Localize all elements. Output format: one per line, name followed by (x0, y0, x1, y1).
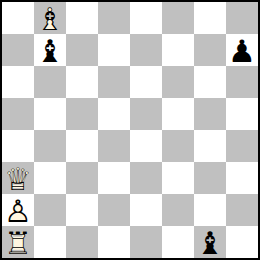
white-pawn-glyph: ♙ (2, 194, 34, 226)
square-d6[interactable] (98, 66, 130, 98)
white-rook-glyph: ♖ (2, 226, 34, 258)
square-g1[interactable]: ♝ (194, 226, 226, 258)
square-a7[interactable] (2, 34, 34, 66)
square-c5[interactable] (66, 98, 98, 130)
square-c2[interactable] (66, 194, 98, 226)
square-a6[interactable] (2, 66, 34, 98)
white-pawn-piece: ♟♙ (2, 194, 34, 226)
white-rook-piece: ♜♖ (2, 226, 34, 258)
square-h7[interactable]: ♟ (226, 34, 258, 66)
square-a3[interactable]: ♛♕ (2, 162, 34, 194)
square-c4[interactable] (66, 130, 98, 162)
white-queen-glyph: ♕ (2, 162, 34, 194)
square-c1[interactable] (66, 226, 98, 258)
chess-board-frame: ♝♗♝♟♛♕♟♙♜♖♝ (0, 0, 260, 260)
chess-board: ♝♗♝♟♛♕♟♙♜♖♝ (2, 2, 258, 258)
square-f3[interactable] (162, 162, 194, 194)
square-b6[interactable] (34, 66, 66, 98)
white-bishop-glyph: ♗ (34, 2, 66, 34)
square-f8[interactable] (162, 2, 194, 34)
square-e7[interactable] (130, 34, 162, 66)
square-d5[interactable] (98, 98, 130, 130)
square-e5[interactable] (130, 98, 162, 130)
square-c8[interactable] (66, 2, 98, 34)
square-e1[interactable] (130, 226, 162, 258)
black-bishop-glyph: ♝ (34, 34, 66, 66)
square-h6[interactable] (226, 66, 258, 98)
square-b4[interactable] (34, 130, 66, 162)
square-d2[interactable] (98, 194, 130, 226)
square-b1[interactable] (34, 226, 66, 258)
square-b2[interactable] (34, 194, 66, 226)
square-g6[interactable] (194, 66, 226, 98)
white-queen-piece: ♛♕ (2, 162, 34, 194)
square-b5[interactable] (34, 98, 66, 130)
square-g8[interactable] (194, 2, 226, 34)
square-g7[interactable] (194, 34, 226, 66)
square-e6[interactable] (130, 66, 162, 98)
square-h8[interactable] (226, 2, 258, 34)
square-g2[interactable] (194, 194, 226, 226)
square-f5[interactable] (162, 98, 194, 130)
black-bishop-glyph: ♝ (194, 226, 226, 258)
square-f6[interactable] (162, 66, 194, 98)
square-h3[interactable] (226, 162, 258, 194)
square-d8[interactable] (98, 2, 130, 34)
square-d1[interactable] (98, 226, 130, 258)
square-d4[interactable] (98, 130, 130, 162)
square-d7[interactable] (98, 34, 130, 66)
square-b3[interactable] (34, 162, 66, 194)
square-h2[interactable] (226, 194, 258, 226)
square-f7[interactable] (162, 34, 194, 66)
square-f2[interactable] (162, 194, 194, 226)
square-e4[interactable] (130, 130, 162, 162)
square-a2[interactable]: ♟♙ (2, 194, 34, 226)
square-h5[interactable] (226, 98, 258, 130)
square-b8[interactable]: ♝♗ (34, 2, 66, 34)
square-g3[interactable] (194, 162, 226, 194)
square-c6[interactable] (66, 66, 98, 98)
square-d3[interactable] (98, 162, 130, 194)
square-a4[interactable] (2, 130, 34, 162)
square-f4[interactable] (162, 130, 194, 162)
square-a5[interactable] (2, 98, 34, 130)
square-f1[interactable] (162, 226, 194, 258)
square-g4[interactable] (194, 130, 226, 162)
square-b7[interactable]: ♝ (34, 34, 66, 66)
square-e2[interactable] (130, 194, 162, 226)
white-bishop-piece: ♝♗ (34, 2, 66, 34)
square-e8[interactable] (130, 2, 162, 34)
black-pawn-glyph: ♟ (226, 34, 258, 66)
black-bishop-piece: ♝ (194, 226, 226, 258)
square-a1[interactable]: ♜♖ (2, 226, 34, 258)
square-h1[interactable] (226, 226, 258, 258)
square-e3[interactable] (130, 162, 162, 194)
square-g5[interactable] (194, 98, 226, 130)
square-h4[interactable] (226, 130, 258, 162)
black-bishop-piece: ♝ (34, 34, 66, 66)
black-pawn-piece: ♟ (226, 34, 258, 66)
square-a8[interactable] (2, 2, 34, 34)
square-c7[interactable] (66, 34, 98, 66)
square-c3[interactable] (66, 162, 98, 194)
